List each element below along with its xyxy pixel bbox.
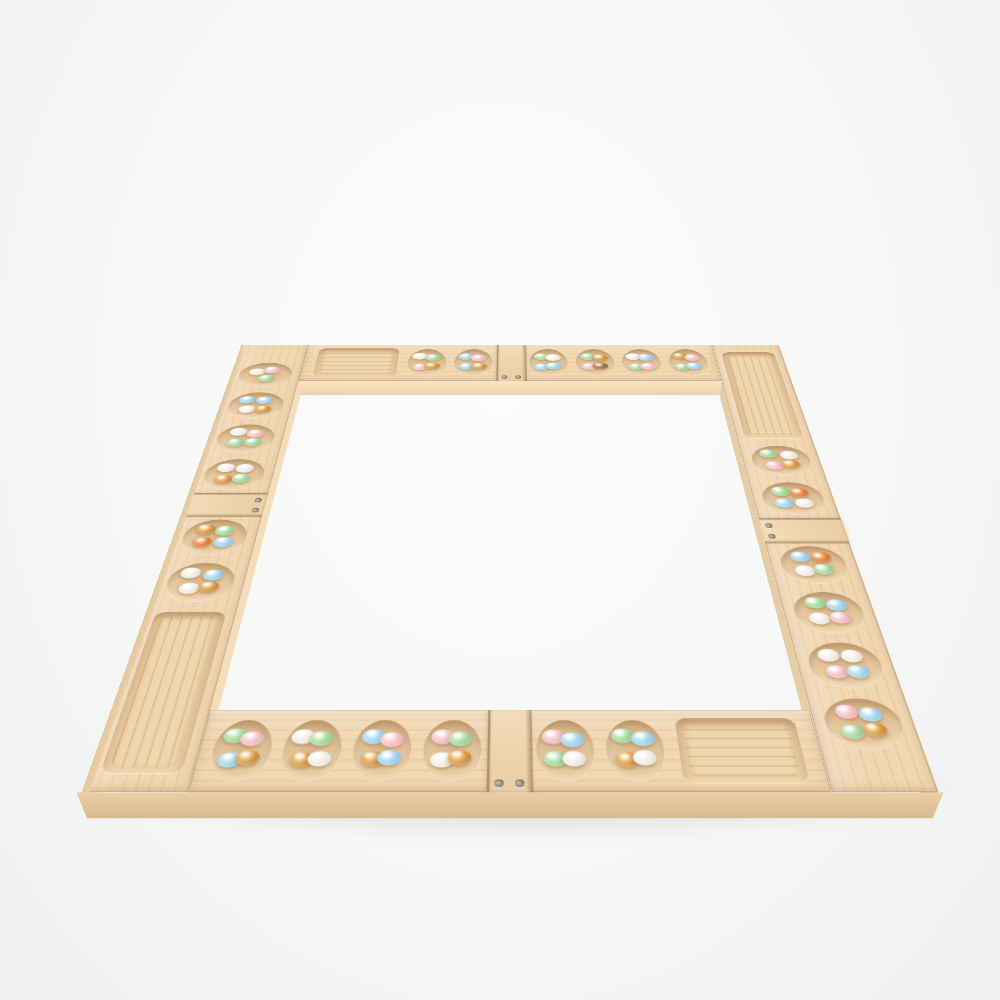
- bead-amber: [781, 460, 802, 469]
- pit-bottom-3[interactable]: [421, 720, 482, 780]
- bead-blue: [685, 363, 702, 370]
- hinge-right: [758, 518, 849, 542]
- bead-white: [545, 354, 561, 361]
- pit-bottom-4[interactable]: [349, 720, 413, 780]
- board-seam: [765, 542, 850, 543]
- pit-left-2[interactable]: [177, 520, 251, 555]
- bead-green: [812, 564, 836, 575]
- pit-top-1[interactable]: [406, 349, 447, 376]
- pit-top-2[interactable]: [453, 349, 493, 376]
- bead-white: [778, 451, 798, 459]
- store-floor: [683, 724, 801, 776]
- bead-orange: [789, 488, 810, 497]
- hinge-magnet-dot: [765, 523, 773, 528]
- bead-amber: [592, 354, 609, 361]
- hinge-left: [180, 493, 268, 516]
- bead-pink: [639, 363, 656, 370]
- bead-green: [257, 375, 275, 382]
- bead-blue: [845, 665, 871, 678]
- bead-blue: [216, 752, 244, 767]
- pit-top-5[interactable]: [620, 349, 663, 376]
- pit-left-4[interactable]: [212, 424, 277, 452]
- bead-pink: [833, 705, 860, 719]
- bead-amber: [234, 750, 261, 765]
- bead-amber: [194, 524, 216, 534]
- board-seam: [529, 710, 533, 793]
- hinge-magnet-dot: [254, 498, 262, 502]
- bead-amber: [197, 581, 221, 592]
- bead-green: [758, 449, 778, 457]
- pit-left-3[interactable]: [200, 459, 269, 489]
- hinge-magnet-dot: [251, 508, 259, 512]
- bead-pink: [824, 665, 850, 678]
- bead-green: [242, 438, 262, 446]
- store-top: [312, 348, 399, 377]
- pit-left-1[interactable]: [161, 563, 239, 601]
- bead-blue: [825, 599, 850, 611]
- store-bottom: [674, 718, 810, 783]
- bead-amber: [447, 750, 472, 765]
- bead-green: [308, 731, 334, 746]
- bead-green: [449, 731, 473, 746]
- bead-green: [769, 487, 790, 496]
- bead-white: [179, 568, 203, 579]
- board-front-edge: [76, 792, 943, 818]
- bead-amber: [212, 475, 233, 484]
- bead-blue: [362, 729, 387, 744]
- board-seam: [525, 345, 527, 382]
- bead-blue: [212, 537, 235, 547]
- store-left: [100, 612, 227, 773]
- bead-white: [793, 498, 815, 507]
- pit-right-6[interactable]: [819, 699, 911, 749]
- bead-amber: [289, 752, 316, 767]
- bead-amber: [253, 405, 272, 413]
- bead-white: [228, 428, 248, 436]
- bead-white: [632, 750, 658, 765]
- board-seam: [188, 493, 268, 494]
- pit-right-3[interactable]: [776, 546, 853, 583]
- bead-pink: [470, 355, 486, 362]
- bead-green: [803, 597, 827, 609]
- bead-amber: [359, 751, 385, 766]
- bead-blue: [201, 569, 224, 580]
- bead-amber: [471, 363, 487, 370]
- pit-right-2[interactable]: [758, 482, 829, 514]
- bead-green: [230, 474, 251, 483]
- pit-left-5[interactable]: [224, 392, 287, 418]
- board-inner-wall-top: [299, 381, 722, 395]
- hinge-magnet-dot: [515, 375, 521, 378]
- bead-white: [306, 751, 332, 766]
- bead-green: [543, 751, 568, 766]
- bead-pink: [828, 612, 853, 624]
- bead-white: [430, 752, 455, 767]
- bead-blue: [377, 750, 403, 765]
- bead-blue: [545, 362, 561, 369]
- store-floor: [110, 617, 219, 767]
- bead-green: [610, 728, 635, 743]
- bead-amber: [615, 752, 641, 767]
- bead-blue: [857, 707, 885, 721]
- bead-white: [808, 612, 833, 624]
- hinge-magnet-dot: [494, 780, 503, 787]
- bead-white: [216, 463, 237, 472]
- bead-amber: [424, 363, 441, 370]
- board-seam: [180, 516, 262, 517]
- hinge-bottom: [487, 710, 531, 793]
- bead-pink: [542, 729, 566, 744]
- bead-orange: [191, 537, 214, 547]
- bead-pink: [263, 366, 281, 373]
- board-side-top: [299, 345, 722, 382]
- hinge-top: [496, 345, 525, 382]
- hinge-magnet-dot: [501, 375, 507, 378]
- board-seam: [758, 518, 841, 519]
- pit-top-4[interactable]: [575, 349, 616, 376]
- bead-white: [177, 583, 201, 594]
- bead-pink: [431, 730, 455, 745]
- board-seam: [487, 710, 491, 793]
- bead-green: [839, 724, 867, 739]
- pit-top-3[interactable]: [529, 349, 569, 376]
- bead-blue: [630, 731, 655, 746]
- bead-orange: [809, 552, 832, 563]
- bead-green: [425, 354, 441, 361]
- pit-top-6[interactable]: [666, 349, 711, 376]
- product-photo: [0, 0, 1000, 1000]
- bead-blue: [560, 732, 584, 747]
- store-floor: [318, 351, 394, 374]
- pit-right-4[interactable]: [789, 592, 870, 633]
- bead-white: [234, 464, 255, 473]
- hinge-magnet-dot: [515, 780, 524, 787]
- bead-blue: [789, 551, 812, 561]
- bead-white: [839, 650, 865, 663]
- bead-pink: [246, 429, 266, 437]
- scene: [0, 0, 1000, 1000]
- pit-bottom-2[interactable]: [536, 720, 597, 780]
- bead-pink: [379, 732, 404, 747]
- bead-white: [290, 729, 316, 744]
- pit-bottom-1[interactable]: [604, 720, 668, 780]
- pit-bottom-5[interactable]: [277, 720, 345, 780]
- board-side-bottom: [188, 710, 832, 793]
- bead-blue: [637, 354, 654, 361]
- bead-blue: [773, 498, 795, 507]
- bead-green: [221, 728, 248, 743]
- pit-bottom-6[interactable]: [205, 720, 277, 780]
- bead-blue: [255, 397, 274, 404]
- bead-green: [214, 526, 236, 536]
- pit-right-1[interactable]: [748, 446, 815, 475]
- bead-amber: [861, 723, 889, 738]
- bead-white: [562, 751, 587, 766]
- bead-blue: [238, 396, 257, 403]
- bead-pink: [239, 731, 266, 746]
- pit-right-5[interactable]: [803, 643, 889, 688]
- hinge-magnet-dot: [768, 534, 776, 539]
- bead-white: [816, 649, 842, 662]
- bead-white: [793, 565, 816, 576]
- bead-brown: [592, 363, 609, 370]
- bead-pink: [684, 354, 701, 361]
- mancala-board: [82, 345, 939, 793]
- pit-left-6[interactable]: [235, 363, 295, 387]
